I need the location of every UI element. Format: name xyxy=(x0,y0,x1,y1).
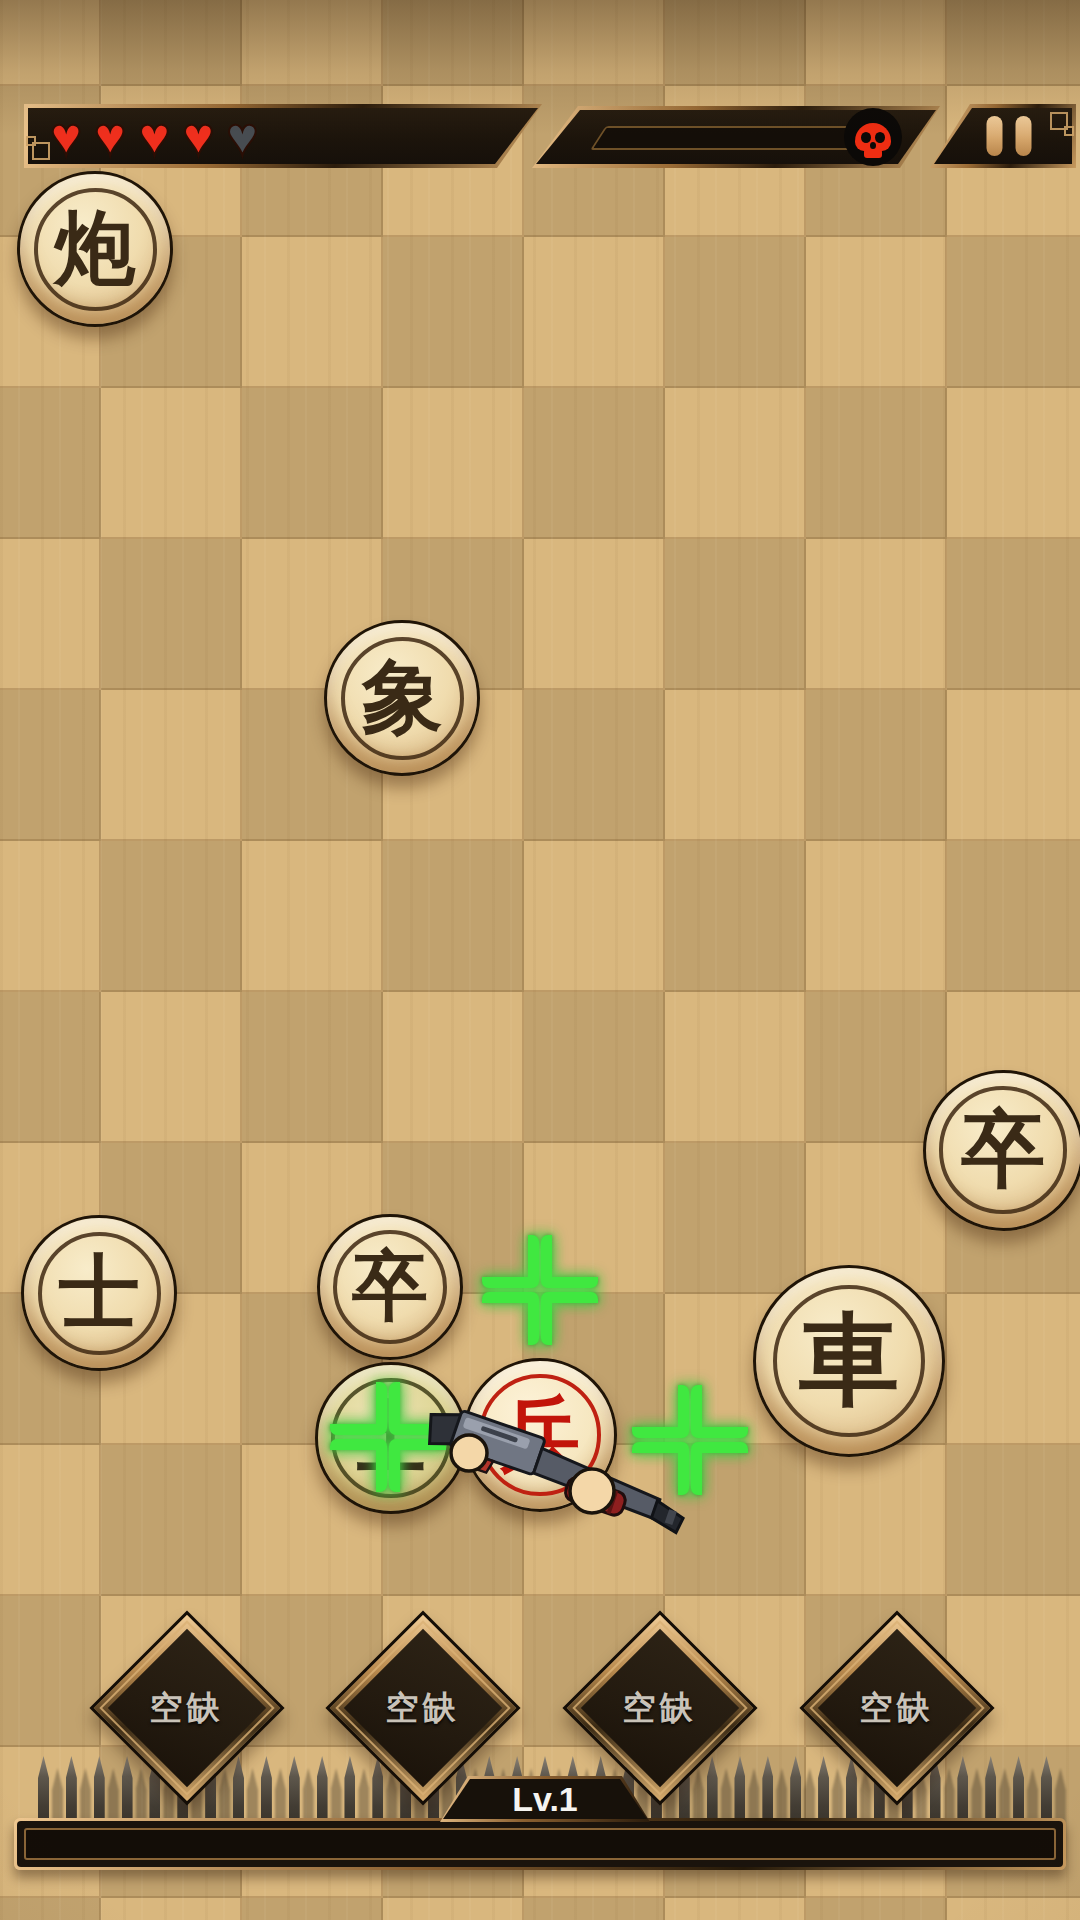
piece-character: 士 xyxy=(59,1239,140,1348)
board-square xyxy=(101,0,242,86)
piece-character: 卒 xyxy=(961,1093,1045,1207)
board-square xyxy=(242,0,383,86)
board-square xyxy=(242,1898,383,1920)
board-square xyxy=(0,0,101,86)
board-square xyxy=(524,237,665,388)
crosshair-corner xyxy=(482,1292,539,1345)
board-square xyxy=(665,841,806,992)
level-progress-track xyxy=(24,1828,1056,1860)
board-square xyxy=(806,1898,947,1920)
crosshair-corner xyxy=(330,1382,387,1435)
board-square xyxy=(383,388,524,539)
fret-ornament xyxy=(32,142,50,160)
board-square xyxy=(524,0,665,86)
board-square xyxy=(0,992,101,1143)
xiangqi-piece-士[interactable]: 士 xyxy=(21,1215,177,1371)
board-square xyxy=(383,1898,524,1920)
board-square xyxy=(665,690,806,841)
board-square xyxy=(806,237,947,388)
piece-character: 象 xyxy=(362,644,443,753)
board-square xyxy=(242,237,383,388)
board-square xyxy=(665,237,806,388)
hand-right xyxy=(570,1469,614,1513)
target-crosshair-icon xyxy=(481,1231,599,1349)
board-square xyxy=(806,539,947,690)
slot-label: 空缺 xyxy=(150,1686,224,1731)
board-square xyxy=(383,237,524,388)
board-square xyxy=(524,992,665,1143)
board-square xyxy=(947,388,1080,539)
board-square xyxy=(947,1445,1080,1596)
xiangqi-piece-車[interactable]: 車 xyxy=(753,1265,945,1457)
board-square xyxy=(665,539,806,690)
crosshair-corner xyxy=(330,1439,387,1492)
board-square xyxy=(383,0,524,86)
board-square xyxy=(0,1445,101,1596)
board-square xyxy=(0,690,101,841)
shotgun-weapon[interactable] xyxy=(420,1395,720,1545)
board-square xyxy=(524,539,665,690)
board-square xyxy=(101,690,242,841)
board-square xyxy=(101,992,242,1143)
xiangqi-piece-炮[interactable]: 炮 xyxy=(17,171,173,327)
board-square xyxy=(947,690,1080,841)
slot-label: 空缺 xyxy=(860,1686,934,1731)
xiangqi-piece-卒[interactable]: 卒 xyxy=(317,1214,463,1360)
game-screen: 炮象卒士卒士兵車 ♥♥♥♥♥ xyxy=(0,0,1080,1920)
board-square xyxy=(947,237,1080,388)
hearts-row: ♥♥♥♥♥ xyxy=(50,104,258,168)
level-label: Lv.1 xyxy=(512,1780,578,1819)
level-progress-bar xyxy=(14,1818,1066,1870)
board-square xyxy=(0,388,101,539)
board-square xyxy=(524,841,665,992)
xiangqi-piece-象[interactable]: 象 xyxy=(324,620,480,776)
board-square xyxy=(806,841,947,992)
pause-icon xyxy=(986,116,1031,156)
board-square xyxy=(947,841,1080,992)
board-square xyxy=(242,388,383,539)
heart-full-icon: ♥ xyxy=(182,109,214,163)
fret-ornament xyxy=(1050,112,1068,130)
crosshair-corner xyxy=(541,1235,598,1288)
piece-character: 車 xyxy=(799,1294,899,1429)
board-square xyxy=(242,841,383,992)
board-square xyxy=(806,992,947,1143)
board-square xyxy=(101,388,242,539)
heart-full-icon: ♥ xyxy=(50,109,82,163)
board-square xyxy=(0,539,101,690)
heart-empty-icon: ♥ xyxy=(226,109,258,163)
board-square xyxy=(383,841,524,992)
board-square xyxy=(806,388,947,539)
board-square xyxy=(665,388,806,539)
xiangqi-piece-卒[interactable]: 卒 xyxy=(923,1070,1080,1231)
board-square xyxy=(524,1898,665,1920)
board-square xyxy=(101,841,242,992)
board-square xyxy=(665,992,806,1143)
board-square xyxy=(806,1445,947,1596)
board-square xyxy=(101,1898,242,1920)
crosshair-corner xyxy=(541,1292,598,1345)
crosshair-corner xyxy=(482,1235,539,1288)
health-panel: ♥♥♥♥♥ xyxy=(24,104,542,168)
heart-full-icon: ♥ xyxy=(94,109,126,163)
enemy-progress-panel xyxy=(532,106,940,168)
board-square xyxy=(0,841,101,992)
board-square xyxy=(242,992,383,1143)
board-square xyxy=(947,539,1080,690)
board-square xyxy=(806,690,947,841)
hand-left xyxy=(451,1435,487,1471)
board-square xyxy=(524,388,665,539)
skull-icon xyxy=(844,108,902,166)
board-square xyxy=(101,1445,242,1596)
board-square xyxy=(665,0,806,86)
board-square xyxy=(524,690,665,841)
slot-label: 空缺 xyxy=(623,1686,697,1731)
board-square xyxy=(665,1898,806,1920)
board-square xyxy=(101,539,242,690)
board-square xyxy=(806,0,947,86)
heart-full-icon: ♥ xyxy=(138,109,170,163)
board-square xyxy=(947,1898,1080,1920)
level-tab: Lv.1 xyxy=(440,1776,650,1822)
piece-character: 卒 xyxy=(352,1236,428,1339)
piece-character: 炮 xyxy=(55,195,136,304)
board-square xyxy=(665,1143,806,1294)
board-square xyxy=(0,1596,101,1747)
board-square xyxy=(947,1294,1080,1445)
board-square xyxy=(383,992,524,1143)
board-square xyxy=(947,0,1080,86)
slot-label: 空缺 xyxy=(386,1686,460,1731)
board-square xyxy=(0,1898,101,1920)
